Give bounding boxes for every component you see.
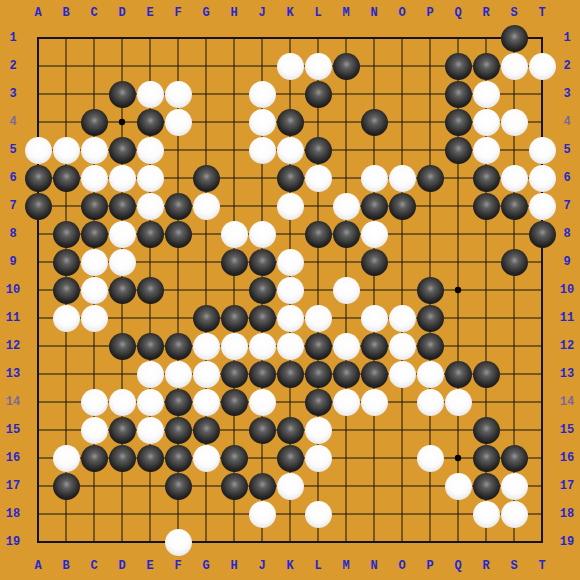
stone-white[interactable]: [165, 529, 192, 556]
stone-black[interactable]: [445, 109, 472, 136]
stone-white[interactable]: [109, 165, 136, 192]
stone-white[interactable]: [305, 165, 332, 192]
stone-white[interactable]: [165, 81, 192, 108]
row-label-right-5: 5: [563, 144, 570, 156]
stone-black[interactable]: [501, 445, 528, 472]
row-label-right-13: 13: [560, 368, 574, 380]
stone-white[interactable]: [249, 389, 276, 416]
stone-black[interactable]: [165, 389, 192, 416]
col-label-top-G: G: [202, 7, 209, 19]
stone-white[interactable]: [277, 249, 304, 276]
row-label-right-9: 9: [563, 256, 570, 268]
stone-black[interactable]: [109, 445, 136, 472]
stone-white[interactable]: [249, 109, 276, 136]
col-label-bottom-F: F: [174, 560, 181, 572]
stone-white[interactable]: [81, 389, 108, 416]
stone-black[interactable]: [277, 445, 304, 472]
row-label-right-8: 8: [563, 228, 570, 240]
stone-white[interactable]: [53, 445, 80, 472]
stone-white[interactable]: [193, 445, 220, 472]
stone-white[interactable]: [417, 361, 444, 388]
row-label-left-6: 6: [9, 172, 16, 184]
row-label-right-11: 11: [560, 312, 574, 324]
stone-black[interactable]: [361, 333, 388, 360]
col-label-bottom-B: B: [62, 560, 69, 572]
stone-black[interactable]: [249, 417, 276, 444]
stone-black[interactable]: [389, 193, 416, 220]
stone-white[interactable]: [389, 165, 416, 192]
stone-black[interactable]: [361, 109, 388, 136]
stone-white[interactable]: [305, 53, 332, 80]
stone-black[interactable]: [473, 361, 500, 388]
row-label-right-4: 4: [563, 116, 570, 128]
stone-black[interactable]: [305, 81, 332, 108]
stone-white[interactable]: [389, 305, 416, 332]
stone-white[interactable]: [501, 501, 528, 528]
stone-white[interactable]: [137, 137, 164, 164]
stone-white[interactable]: [249, 333, 276, 360]
stone-white[interactable]: [501, 165, 528, 192]
col-label-top-E: E: [146, 7, 153, 19]
stone-black[interactable]: [193, 165, 220, 192]
stone-black[interactable]: [417, 305, 444, 332]
stone-black[interactable]: [53, 249, 80, 276]
stone-black[interactable]: [221, 445, 248, 472]
stone-white[interactable]: [389, 333, 416, 360]
col-label-bottom-J: J: [258, 560, 265, 572]
stone-white[interactable]: [165, 109, 192, 136]
col-label-bottom-E: E: [146, 560, 153, 572]
stone-white[interactable]: [221, 333, 248, 360]
stone-white[interactable]: [277, 53, 304, 80]
col-label-bottom-S: S: [510, 560, 517, 572]
stone-white[interactable]: [473, 137, 500, 164]
stone-black[interactable]: [137, 333, 164, 360]
col-label-top-A: A: [34, 7, 41, 19]
stone-white[interactable]: [249, 221, 276, 248]
stone-black[interactable]: [501, 249, 528, 276]
stone-black[interactable]: [333, 361, 360, 388]
stone-black[interactable]: [109, 333, 136, 360]
stone-black[interactable]: [109, 193, 136, 220]
row-label-left-19: 19: [6, 536, 20, 548]
col-label-bottom-D: D: [118, 560, 125, 572]
stone-black[interactable]: [109, 137, 136, 164]
stone-white[interactable]: [361, 305, 388, 332]
stone-black[interactable]: [445, 137, 472, 164]
stone-white[interactable]: [109, 249, 136, 276]
stone-white[interactable]: [277, 473, 304, 500]
stone-black[interactable]: [221, 249, 248, 276]
row-label-left-12: 12: [6, 340, 20, 352]
col-label-top-P: P: [426, 7, 433, 19]
stone-white[interactable]: [529, 53, 556, 80]
col-label-bottom-G: G: [202, 560, 209, 572]
row-label-left-18: 18: [6, 508, 20, 520]
stone-black[interactable]: [81, 193, 108, 220]
stone-white[interactable]: [529, 165, 556, 192]
stone-black[interactable]: [277, 165, 304, 192]
col-label-bottom-R: R: [482, 560, 489, 572]
stone-black[interactable]: [25, 165, 52, 192]
stone-black[interactable]: [277, 417, 304, 444]
col-label-top-F: F: [174, 7, 181, 19]
col-label-bottom-P: P: [426, 560, 433, 572]
stone-black[interactable]: [81, 109, 108, 136]
row-label-right-17: 17: [560, 480, 574, 492]
stone-black[interactable]: [221, 473, 248, 500]
stone-black[interactable]: [333, 53, 360, 80]
stone-black[interactable]: [473, 53, 500, 80]
stone-black[interactable]: [249, 361, 276, 388]
col-label-top-L: L: [314, 7, 321, 19]
stone-white[interactable]: [81, 417, 108, 444]
stone-white[interactable]: [417, 445, 444, 472]
stone-black[interactable]: [109, 417, 136, 444]
stone-white[interactable]: [109, 389, 136, 416]
stone-white[interactable]: [81, 277, 108, 304]
stone-black[interactable]: [445, 81, 472, 108]
col-label-bottom-C: C: [90, 560, 97, 572]
stone-white[interactable]: [333, 193, 360, 220]
stone-black[interactable]: [165, 417, 192, 444]
row-label-right-6: 6: [563, 172, 570, 184]
stone-black[interactable]: [305, 389, 332, 416]
stone-black[interactable]: [249, 249, 276, 276]
col-label-top-C: C: [90, 7, 97, 19]
row-label-right-7: 7: [563, 200, 570, 212]
stone-black[interactable]: [249, 277, 276, 304]
stone-white[interactable]: [193, 333, 220, 360]
row-label-left-5: 5: [9, 144, 16, 156]
row-label-left-10: 10: [6, 284, 20, 296]
col-label-top-B: B: [62, 7, 69, 19]
row-label-left-11: 11: [6, 312, 20, 324]
row-label-left-15: 15: [6, 424, 20, 436]
stone-black[interactable]: [417, 277, 444, 304]
stone-white[interactable]: [361, 389, 388, 416]
stone-black[interactable]: [53, 277, 80, 304]
stone-black[interactable]: [165, 221, 192, 248]
stone-black[interactable]: [473, 445, 500, 472]
stone-white[interactable]: [277, 137, 304, 164]
stone-white[interactable]: [501, 53, 528, 80]
col-label-bottom-A: A: [34, 560, 41, 572]
stone-black[interactable]: [473, 165, 500, 192]
stone-white[interactable]: [193, 389, 220, 416]
col-label-top-Q: Q: [454, 7, 461, 19]
row-label-right-1: 1: [563, 32, 570, 44]
stone-white[interactable]: [389, 361, 416, 388]
stone-white[interactable]: [501, 109, 528, 136]
stone-black[interactable]: [81, 221, 108, 248]
col-label-top-R: R: [482, 7, 489, 19]
stone-white[interactable]: [193, 193, 220, 220]
row-label-right-18: 18: [560, 508, 574, 520]
row-label-left-7: 7: [9, 200, 16, 212]
col-label-bottom-T: T: [538, 560, 545, 572]
row-label-left-2: 2: [9, 60, 16, 72]
stone-black[interactable]: [305, 221, 332, 248]
col-label-bottom-M: M: [342, 560, 349, 572]
stone-white[interactable]: [445, 389, 472, 416]
row-label-right-16: 16: [560, 452, 574, 464]
stone-white[interactable]: [249, 137, 276, 164]
row-label-right-2: 2: [563, 60, 570, 72]
stone-white[interactable]: [445, 473, 472, 500]
stone-white[interactable]: [305, 501, 332, 528]
stone-black[interactable]: [277, 361, 304, 388]
stone-black[interactable]: [445, 53, 472, 80]
stone-white[interactable]: [25, 137, 52, 164]
stone-white[interactable]: [473, 501, 500, 528]
col-label-top-N: N: [370, 7, 377, 19]
stone-black[interactable]: [305, 333, 332, 360]
stone-black[interactable]: [81, 445, 108, 472]
stones-layer[interactable]: [24, 24, 556, 556]
col-label-bottom-H: H: [230, 560, 237, 572]
col-label-top-K: K: [286, 7, 293, 19]
col-label-bottom-N: N: [370, 560, 377, 572]
stone-white[interactable]: [361, 221, 388, 248]
stone-black[interactable]: [501, 25, 528, 52]
stone-white[interactable]: [333, 389, 360, 416]
stone-black[interactable]: [109, 81, 136, 108]
stone-black[interactable]: [529, 221, 556, 248]
stone-black[interactable]: [165, 445, 192, 472]
stone-black[interactable]: [25, 193, 52, 220]
stone-white[interactable]: [249, 81, 276, 108]
stone-white[interactable]: [81, 137, 108, 164]
stone-white[interactable]: [529, 193, 556, 220]
stone-black[interactable]: [137, 445, 164, 472]
stone-black[interactable]: [445, 361, 472, 388]
stone-black[interactable]: [249, 305, 276, 332]
stone-white[interactable]: [417, 389, 444, 416]
stone-white[interactable]: [137, 165, 164, 192]
stone-white[interactable]: [53, 137, 80, 164]
row-label-right-15: 15: [560, 424, 574, 436]
stone-black[interactable]: [305, 361, 332, 388]
row-label-right-19: 19: [560, 536, 574, 548]
row-label-left-4: 4: [9, 116, 16, 128]
row-label-left-16: 16: [6, 452, 20, 464]
stone-black[interactable]: [53, 221, 80, 248]
stone-white[interactable]: [333, 333, 360, 360]
stone-black[interactable]: [249, 473, 276, 500]
stone-black[interactable]: [53, 473, 80, 500]
stone-black[interactable]: [473, 417, 500, 444]
stone-black[interactable]: [221, 361, 248, 388]
col-label-bottom-L: L: [314, 560, 321, 572]
stone-black[interactable]: [277, 109, 304, 136]
stone-black[interactable]: [137, 221, 164, 248]
row-label-left-1: 1: [9, 32, 16, 44]
col-label-top-T: T: [538, 7, 545, 19]
row-label-left-13: 13: [6, 368, 20, 380]
row-label-left-8: 8: [9, 228, 16, 240]
stone-white[interactable]: [137, 417, 164, 444]
stone-white[interactable]: [193, 361, 220, 388]
stone-black[interactable]: [193, 305, 220, 332]
stone-white[interactable]: [501, 473, 528, 500]
stone-black[interactable]: [361, 249, 388, 276]
stone-black[interactable]: [165, 193, 192, 220]
col-label-top-D: D: [118, 7, 125, 19]
row-label-left-9: 9: [9, 256, 16, 268]
stone-white[interactable]: [305, 445, 332, 472]
row-label-right-12: 12: [560, 340, 574, 352]
stone-white[interactable]: [109, 221, 136, 248]
col-label-bottom-Q: Q: [454, 560, 461, 572]
row-label-right-10: 10: [560, 284, 574, 296]
stone-white[interactable]: [137, 193, 164, 220]
stone-white[interactable]: [53, 305, 80, 332]
stone-white[interactable]: [277, 277, 304, 304]
stone-black[interactable]: [361, 361, 388, 388]
stone-white[interactable]: [221, 221, 248, 248]
stone-black[interactable]: [165, 473, 192, 500]
stone-black[interactable]: [137, 109, 164, 136]
stone-black[interactable]: [53, 165, 80, 192]
stone-black[interactable]: [137, 277, 164, 304]
col-label-top-J: J: [258, 7, 265, 19]
stone-white[interactable]: [165, 361, 192, 388]
stone-white[interactable]: [277, 305, 304, 332]
row-label-left-14: 14: [6, 396, 20, 408]
stone-white[interactable]: [473, 109, 500, 136]
stone-white[interactable]: [137, 389, 164, 416]
stone-black[interactable]: [193, 417, 220, 444]
stone-white[interactable]: [305, 305, 332, 332]
stone-white[interactable]: [81, 165, 108, 192]
stone-white[interactable]: [277, 193, 304, 220]
stone-white[interactable]: [137, 81, 164, 108]
stone-white[interactable]: [361, 165, 388, 192]
row-label-left-17: 17: [6, 480, 20, 492]
stone-black[interactable]: [417, 333, 444, 360]
stone-black[interactable]: [473, 473, 500, 500]
stone-black[interactable]: [221, 305, 248, 332]
stone-white[interactable]: [137, 361, 164, 388]
stone-black[interactable]: [501, 193, 528, 220]
stone-white[interactable]: [249, 501, 276, 528]
row-label-left-3: 3: [9, 88, 16, 100]
col-label-bottom-K: K: [286, 560, 293, 572]
stone-white[interactable]: [81, 249, 108, 276]
stone-black[interactable]: [333, 221, 360, 248]
stone-black[interactable]: [417, 165, 444, 192]
stone-black[interactable]: [473, 193, 500, 220]
col-label-top-M: M: [342, 7, 349, 19]
go-board[interactable]: AABBCCDDEEFFGGHHJJKKLLMMNNOOPPQQRRSSTT11…: [0, 0, 580, 580]
col-label-bottom-O: O: [398, 560, 405, 572]
stone-white[interactable]: [277, 333, 304, 360]
row-label-right-3: 3: [563, 88, 570, 100]
stone-black[interactable]: [165, 333, 192, 360]
row-label-right-14: 14: [560, 396, 574, 408]
col-label-top-S: S: [510, 7, 517, 19]
stone-white[interactable]: [333, 277, 360, 304]
stone-white[interactable]: [305, 417, 332, 444]
col-label-top-O: O: [398, 7, 405, 19]
stone-white[interactable]: [473, 81, 500, 108]
stone-black[interactable]: [109, 277, 136, 304]
stone-black[interactable]: [361, 193, 388, 220]
stone-black[interactable]: [221, 389, 248, 416]
stone-white[interactable]: [529, 137, 556, 164]
stone-black[interactable]: [305, 137, 332, 164]
col-label-top-H: H: [230, 7, 237, 19]
stone-white[interactable]: [81, 305, 108, 332]
